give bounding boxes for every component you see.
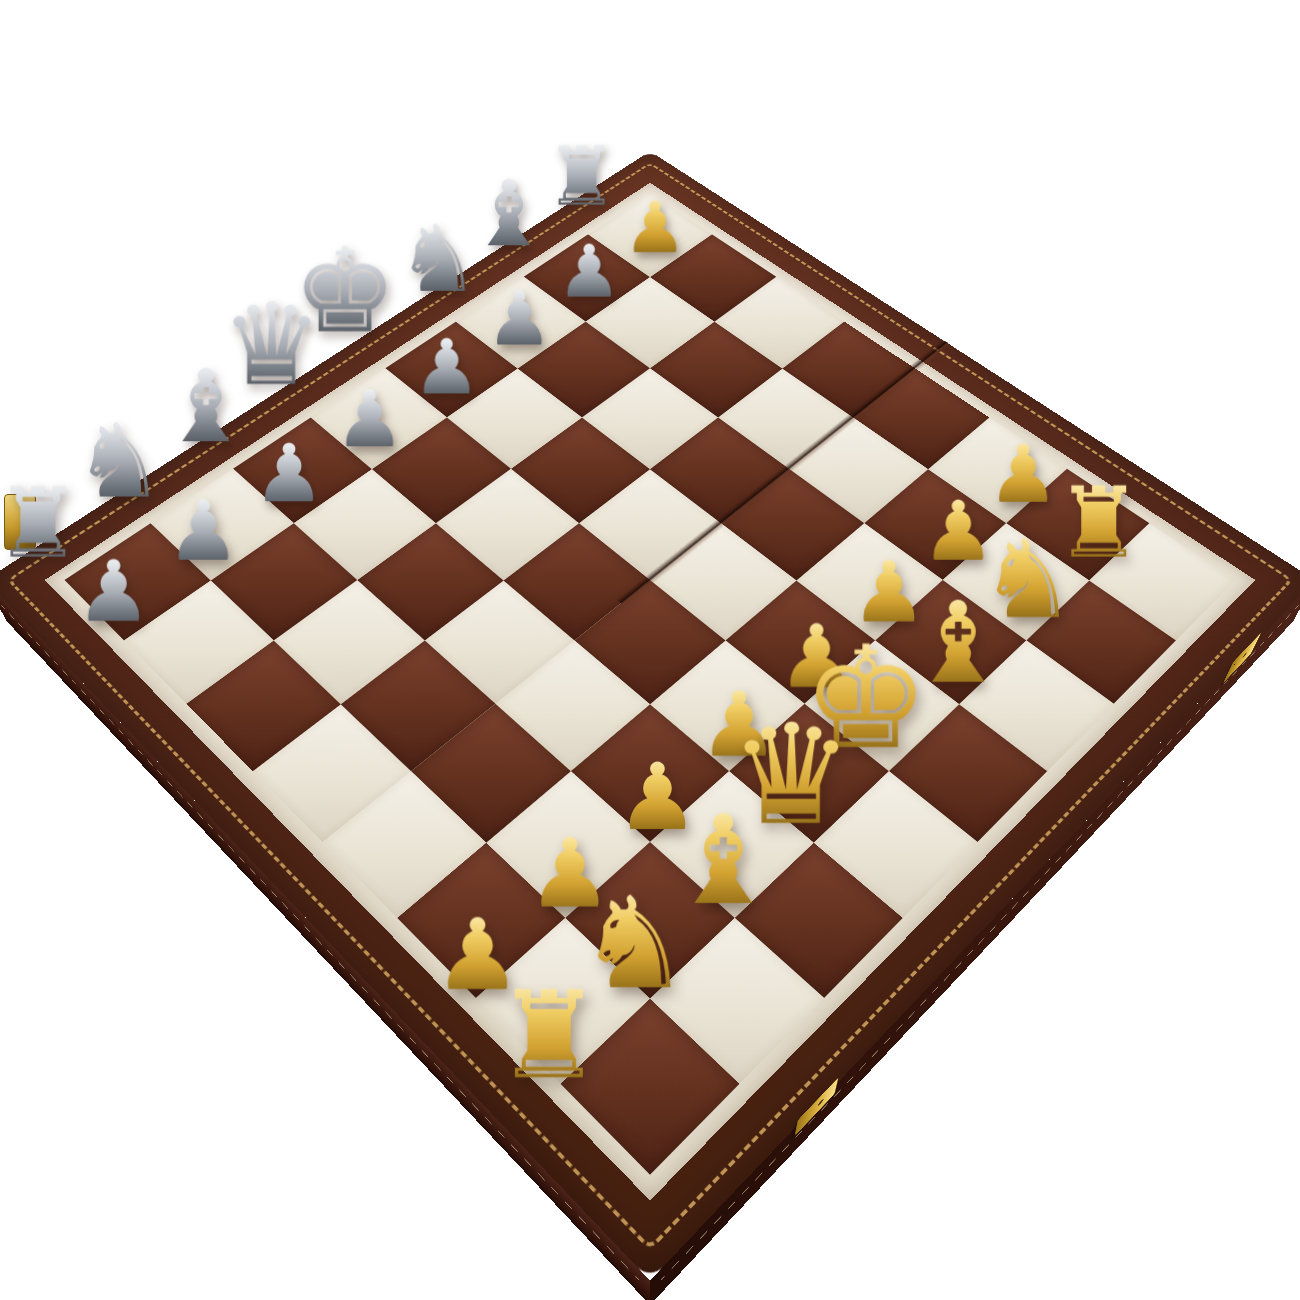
piece-gold-rook-a1[interactable]: ♜	[495, 976, 603, 1097]
piece-silver-pawn-a7[interactable]: ♟	[76, 550, 152, 635]
piece-silver-pawn-c7[interactable]: ♟	[253, 435, 325, 515]
piece-silver-pawn-b7[interactable]: ♟	[167, 491, 241, 573]
photo-scene: ♜♟♟♜♝♟♟♞♞♟♟♝♚♟♟♚♛♟♟♛♝♟♟♝♞♟♟♞♜♟♟♜	[0, 0, 1300, 1300]
piece-silver-knight-b8[interactable]: ♞	[73, 409, 166, 512]
piece-gold-pawn-h2[interactable]: ♟	[987, 435, 1059, 515]
piece-silver-rook-a8[interactable]: ♜	[0, 475, 81, 572]
piece-silver-pawn-g7[interactable]: ♟	[557, 236, 622, 309]
piece-silver-pawn-e7[interactable]: ♟	[413, 330, 481, 406]
leather-frame: ♜♟♟♜♝♟♟♞♞♟♟♝♚♟♟♚♛♟♟♛♝♟♟♝♞♟♟♞♜♟♟♜	[0, 151, 1300, 1280]
chess-case: ♜♟♟♜♝♟♟♞♞♟♟♝♚♟♟♚♛♟♟♛♝♟♟♝♞♟♟♞♜♟♟♜	[0, 151, 1300, 1280]
piece-silver-pawn-d7[interactable]: ♟	[335, 381, 405, 459]
piece-silver-bishop-c8[interactable]: ♝	[160, 356, 250, 456]
piece-silver-knight-f8[interactable]: ♞	[396, 212, 480, 305]
piece-silver-pawn-f7[interactable]: ♟	[486, 282, 553, 356]
piece-silver-rook-h8[interactable]: ♜	[545, 135, 618, 217]
piece-gold-pawn-h7[interactable]: ♟	[624, 192, 688, 263]
